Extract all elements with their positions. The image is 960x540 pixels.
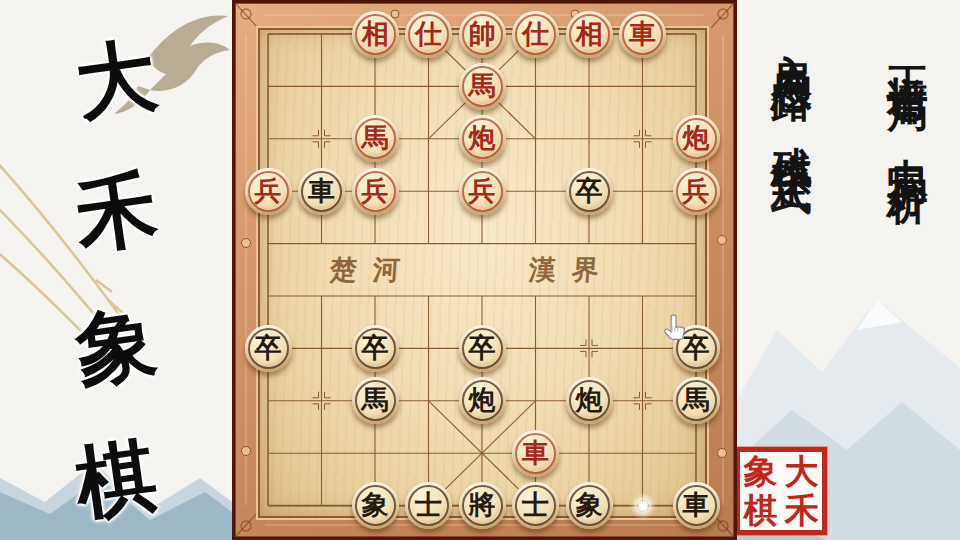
piece-label: 卒 bbox=[469, 335, 496, 362]
board-surface[interactable]: 楚河 漢界 相仕帥仕相車馬馬炮炮兵車兵兵卒兵卒卒卒卒馬炮炮馬車象士將士象車 bbox=[258, 28, 707, 518]
piece-label: 馬 bbox=[683, 387, 710, 414]
piece-red-兵[interactable]: 兵 bbox=[352, 168, 399, 215]
piece-label: 馬 bbox=[362, 387, 389, 414]
piece-black-卒[interactable]: 卒 bbox=[245, 325, 292, 372]
piece-label: 卒 bbox=[255, 335, 282, 362]
piece-label: 士 bbox=[415, 492, 442, 519]
piece-label: 仕 bbox=[522, 21, 549, 48]
app-title-char: 棋 bbox=[71, 435, 161, 525]
piece-label: 車 bbox=[522, 440, 549, 467]
piece-black-馬[interactable]: 馬 bbox=[673, 377, 720, 424]
piece-label: 車 bbox=[629, 21, 656, 48]
app-title-char: 大 bbox=[71, 35, 161, 125]
right-banner: 正谱布局 中局分析 入局思路 残棋定式 象大棋禾 bbox=[737, 0, 960, 540]
piece-label: 卒 bbox=[362, 335, 389, 362]
seal-char: 大 bbox=[781, 452, 822, 491]
piece-label: 兵 bbox=[469, 178, 496, 205]
piece-red-相[interactable]: 相 bbox=[352, 11, 399, 58]
slogan-column-left: 入局思路 残棋定式 bbox=[765, 22, 820, 502]
app-title-char: 禾 bbox=[71, 168, 161, 258]
piece-label: 仕 bbox=[415, 21, 442, 48]
piece-label: 兵 bbox=[255, 178, 282, 205]
piece-label: 象 bbox=[576, 492, 603, 519]
app-title: 大禾象棋 bbox=[0, 40, 232, 520]
piece-label: 相 bbox=[362, 21, 389, 48]
piece-black-車[interactable]: 車 bbox=[673, 482, 720, 529]
piece-red-炮[interactable]: 炮 bbox=[459, 115, 506, 162]
app-title-char: 象 bbox=[71, 301, 161, 391]
piece-black-將[interactable]: 將 bbox=[459, 482, 506, 529]
piece-label: 炮 bbox=[576, 387, 603, 414]
piece-black-卒[interactable]: 卒 bbox=[459, 325, 506, 372]
piece-black-士[interactable]: 士 bbox=[512, 482, 559, 529]
piece-label: 士 bbox=[522, 492, 549, 519]
seal-char: 禾 bbox=[781, 491, 822, 530]
piece-red-車[interactable]: 車 bbox=[619, 11, 666, 58]
highlight-dot bbox=[637, 500, 649, 512]
piece-red-兵[interactable]: 兵 bbox=[673, 168, 720, 215]
piece-label: 兵 bbox=[683, 178, 710, 205]
seal-char: 象 bbox=[740, 452, 781, 491]
seal-char: 棋 bbox=[740, 491, 781, 530]
left-banner: 大禾象棋 bbox=[0, 0, 232, 540]
piece-red-相[interactable]: 相 bbox=[566, 11, 613, 58]
piece-label: 車 bbox=[308, 178, 335, 205]
hand-cursor-icon bbox=[661, 314, 688, 343]
piece-black-卒[interactable]: 卒 bbox=[566, 168, 613, 215]
piece-red-兵[interactable]: 兵 bbox=[459, 168, 506, 215]
piece-red-兵[interactable]: 兵 bbox=[245, 168, 292, 215]
piece-label: 炮 bbox=[683, 125, 710, 152]
piece-red-車[interactable]: 車 bbox=[512, 430, 559, 477]
piece-label: 炮 bbox=[469, 125, 496, 152]
piece-label: 馬 bbox=[469, 73, 496, 100]
piece-label: 兵 bbox=[362, 178, 389, 205]
piece-black-象[interactable]: 象 bbox=[566, 482, 613, 529]
slogan-column-right: 正谱布局 中局分析 bbox=[881, 34, 936, 504]
piece-label: 帥 bbox=[469, 21, 496, 48]
piece-label: 卒 bbox=[576, 178, 603, 205]
piece-black-卒[interactable]: 卒 bbox=[352, 325, 399, 372]
piece-label: 相 bbox=[576, 21, 603, 48]
app-window: 大禾象棋 正谱布局 中局分析 入局思路 残棋定式 象大棋禾 bbox=[0, 0, 960, 540]
piece-label: 馬 bbox=[362, 125, 389, 152]
piece-red-仕[interactable]: 仕 bbox=[512, 11, 559, 58]
piece-label: 炮 bbox=[469, 387, 496, 414]
piece-black-士[interactable]: 士 bbox=[405, 482, 452, 529]
xiangqi-board: 楚河 漢界 相仕帥仕相車馬馬炮炮兵車兵兵卒兵卒卒卒卒馬炮炮馬車象士將士象車 bbox=[232, 0, 737, 540]
piece-red-炮[interactable]: 炮 bbox=[673, 115, 720, 162]
piece-black-車[interactable]: 車 bbox=[298, 168, 345, 215]
seal-stamp: 象大棋禾 bbox=[737, 447, 827, 535]
piece-red-馬[interactable]: 馬 bbox=[459, 63, 506, 110]
piece-black-炮[interactable]: 炮 bbox=[459, 377, 506, 424]
piece-red-帥[interactable]: 帥 bbox=[459, 11, 506, 58]
piece-label: 車 bbox=[683, 492, 710, 519]
piece-black-馬[interactable]: 馬 bbox=[352, 377, 399, 424]
pieces-layer: 相仕帥仕相車馬馬炮炮兵車兵兵卒兵卒卒卒卒馬炮炮馬車象士將士象車 bbox=[260, 30, 705, 516]
piece-red-馬[interactable]: 馬 bbox=[352, 115, 399, 162]
piece-red-仕[interactable]: 仕 bbox=[405, 11, 452, 58]
piece-black-炮[interactable]: 炮 bbox=[566, 377, 613, 424]
piece-black-象[interactable]: 象 bbox=[352, 482, 399, 529]
piece-label: 象 bbox=[362, 492, 389, 519]
piece-label: 將 bbox=[469, 492, 496, 519]
